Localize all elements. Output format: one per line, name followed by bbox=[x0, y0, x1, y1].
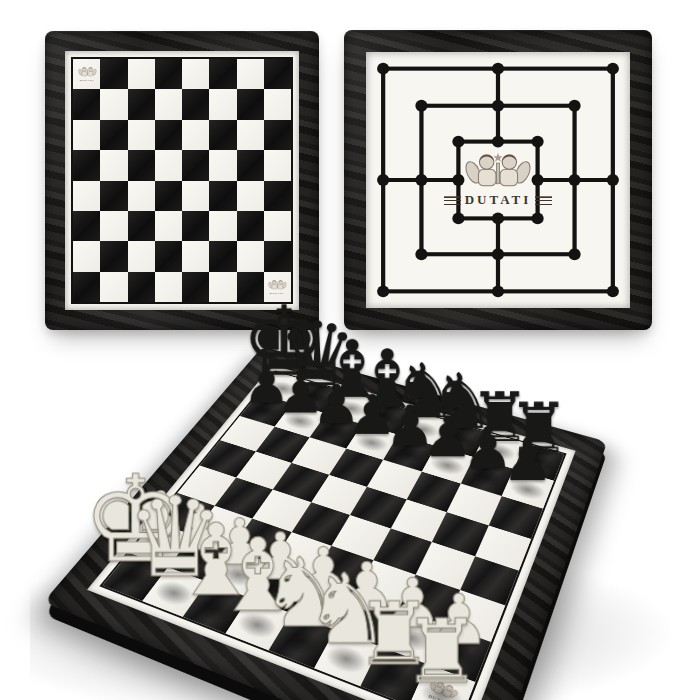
checker-square[interactable] bbox=[182, 120, 209, 150]
checker-square[interactable] bbox=[128, 89, 155, 119]
chess-grid: ♚♛♝♝♞♞♜♜♟♟♟♟♟♟♟♟♟♟♟♟♟♟♟♟♚♛♝♝♞♞♜DUTATI♜ bbox=[102, 372, 564, 700]
chess-board: ♚♛♝♝♞♞♜♜♟♟♟♟♟♟♟♟♟♟♟♟♟♟♟♟♚♛♝♝♞♞♜DUTATI♜ bbox=[43, 346, 607, 700]
checker-square[interactable] bbox=[264, 150, 291, 180]
checker-square[interactable] bbox=[209, 59, 236, 89]
wing-right-icon bbox=[535, 196, 552, 205]
checker-square[interactable] bbox=[100, 181, 127, 211]
checker-square[interactable] bbox=[182, 59, 209, 89]
checker-square[interactable] bbox=[73, 150, 100, 180]
checker-square[interactable] bbox=[73, 89, 100, 119]
checker-square[interactable] bbox=[237, 211, 264, 241]
checker-square[interactable] bbox=[264, 120, 291, 150]
checker-square[interactable] bbox=[182, 241, 209, 271]
checker-square[interactable] bbox=[264, 181, 291, 211]
piece-black-pawn[interactable]: ♟ bbox=[502, 433, 554, 488]
checker-square[interactable] bbox=[100, 89, 127, 119]
checker-square[interactable] bbox=[209, 211, 236, 241]
chess-board-mat: ♚♛♝♝♞♞♜♜♟♟♟♟♟♟♟♟♟♟♟♟♟♟♟♟♚♛♝♝♞♞♜DUTATI♜ bbox=[87, 365, 576, 700]
checker-square[interactable] bbox=[209, 181, 236, 211]
chess-board-keyline: ♚♛♝♝♞♞♜♜♟♟♟♟♟♟♟♟♟♟♟♟♟♟♟♟♚♛♝♝♞♞♜DUTATI♜ bbox=[99, 370, 566, 700]
checker-square[interactable] bbox=[209, 89, 236, 119]
square-h7[interactable]: ♟ bbox=[501, 469, 554, 509]
checker-square[interactable] bbox=[237, 241, 264, 271]
checker-square[interactable] bbox=[128, 241, 155, 271]
checker-square[interactable] bbox=[73, 241, 100, 271]
checker-square[interactable] bbox=[209, 120, 236, 150]
checker-square[interactable] bbox=[128, 181, 155, 211]
checker-square[interactable]: DUTATI bbox=[73, 59, 100, 89]
checker-square[interactable] bbox=[237, 150, 264, 180]
checker-square[interactable] bbox=[155, 120, 182, 150]
checker-square[interactable] bbox=[237, 181, 264, 211]
dutati-logo: DUTATI bbox=[75, 66, 98, 83]
checker-square[interactable] bbox=[264, 59, 291, 89]
brand-row: DUTATI bbox=[444, 192, 553, 208]
checker-square[interactable] bbox=[100, 211, 127, 241]
checker-square[interactable] bbox=[128, 59, 155, 89]
checker-square[interactable] bbox=[73, 181, 100, 211]
product-photo-canvas: DUTATIDUTATI bbox=[0, 0, 700, 700]
dutati-logo: DUTATI bbox=[452, 149, 544, 208]
checkerboard-mat: DUTATIDUTATI bbox=[65, 51, 299, 310]
checker-square[interactable] bbox=[264, 89, 291, 119]
checker-square[interactable] bbox=[237, 59, 264, 89]
checker-square[interactable] bbox=[128, 120, 155, 150]
checker-square[interactable] bbox=[100, 150, 127, 180]
square-h6[interactable] bbox=[488, 496, 543, 539]
checkerboard-grid: DUTATIDUTATI bbox=[73, 59, 291, 302]
wing-left-icon bbox=[444, 196, 461, 205]
checkerboard-keyline: DUTATIDUTATI bbox=[71, 57, 293, 304]
checker-square[interactable] bbox=[100, 120, 127, 150]
brand-name: DUTATI bbox=[80, 79, 94, 82]
checker-square[interactable] bbox=[128, 211, 155, 241]
checker-square[interactable] bbox=[209, 150, 236, 180]
checker-square[interactable] bbox=[237, 120, 264, 150]
checker-square[interactable] bbox=[155, 241, 182, 271]
checker-square[interactable] bbox=[100, 59, 127, 89]
morris-frame: DUTATI bbox=[344, 30, 652, 330]
chess-scene: ♚♛♝♝♞♞♜♜♟♟♟♟♟♟♟♟♟♟♟♟♟♟♟♟♚♛♝♝♞♞♜DUTATI♜ bbox=[0, 295, 700, 700]
checker-square[interactable] bbox=[73, 211, 100, 241]
checker-square[interactable] bbox=[237, 89, 264, 119]
brand-name: DUTATI bbox=[465, 192, 532, 208]
checker-square[interactable] bbox=[128, 150, 155, 180]
morris-surface: DUTATI bbox=[366, 52, 630, 308]
checker-square[interactable] bbox=[209, 241, 236, 271]
checker-square[interactable] bbox=[182, 211, 209, 241]
checker-square[interactable] bbox=[155, 150, 182, 180]
checker-square[interactable] bbox=[155, 89, 182, 119]
cherubs-icon bbox=[77, 66, 95, 78]
cherubs-icon bbox=[465, 149, 531, 191]
checker-square[interactable] bbox=[155, 181, 182, 211]
checker-square[interactable] bbox=[155, 211, 182, 241]
checker-square[interactable] bbox=[100, 241, 127, 271]
checker-square[interactable] bbox=[182, 89, 209, 119]
square-h1[interactable]: DUTATI♜ bbox=[409, 664, 476, 700]
checker-square[interactable] bbox=[73, 120, 100, 150]
checker-square[interactable] bbox=[264, 241, 291, 271]
piece-white-rook[interactable]: ♜ bbox=[403, 609, 482, 693]
checker-square[interactable] bbox=[264, 211, 291, 241]
checker-square[interactable] bbox=[182, 181, 209, 211]
checker-square[interactable] bbox=[182, 150, 209, 180]
checker-square[interactable] bbox=[155, 59, 182, 89]
